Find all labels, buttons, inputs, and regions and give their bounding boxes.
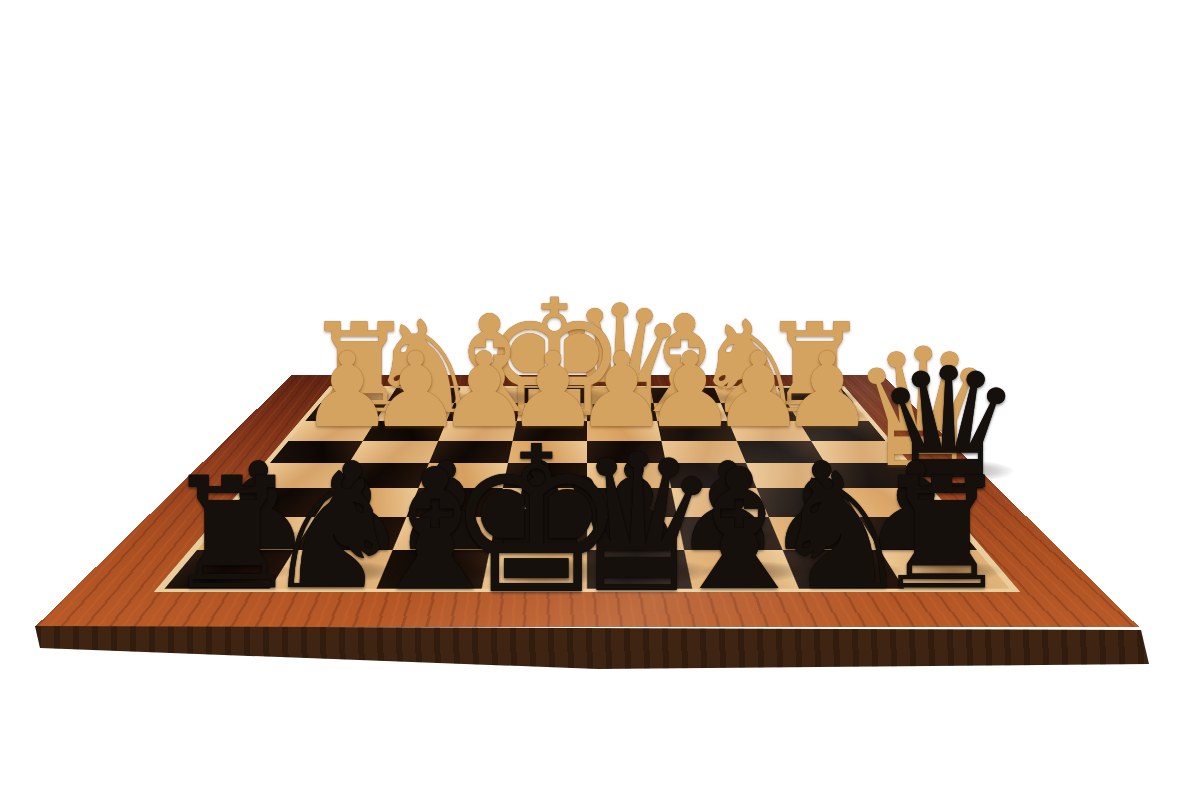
square-a1 bbox=[777, 388, 854, 404]
square-g1 bbox=[387, 388, 460, 404]
square-a3 bbox=[798, 421, 885, 441]
square-d1 bbox=[587, 388, 654, 404]
square-e7 bbox=[490, 517, 587, 550]
square-c8 bbox=[684, 550, 798, 589]
square-g7 bbox=[295, 517, 406, 550]
square-c7 bbox=[678, 517, 782, 550]
square-f7 bbox=[392, 517, 496, 550]
square-d3 bbox=[587, 421, 662, 441]
square-b4 bbox=[736, 441, 825, 463]
square-c6 bbox=[672, 488, 769, 517]
square-a4 bbox=[811, 441, 904, 463]
square-a2 bbox=[787, 403, 869, 421]
square-e2 bbox=[517, 403, 587, 421]
square-a5 bbox=[825, 463, 925, 488]
square-f8 bbox=[376, 550, 490, 589]
square-d6 bbox=[587, 488, 678, 517]
square-f6 bbox=[406, 488, 503, 517]
square-b3 bbox=[728, 421, 811, 441]
chess-photo-scene: ♜♞♝♛♚♝♞♜♟♟♟♟♟♟♟♟♛♛♟♟♟♟♟♟♟♟♜♞♝♛♚♝♞♜ bbox=[0, 0, 1200, 800]
square-g6 bbox=[315, 488, 418, 517]
square-e5 bbox=[502, 463, 587, 488]
square-c1 bbox=[650, 388, 720, 404]
square-e8 bbox=[481, 550, 587, 589]
square-h4 bbox=[270, 441, 363, 463]
square-c4 bbox=[662, 441, 746, 463]
square-f1 bbox=[453, 388, 523, 404]
square-f2 bbox=[446, 403, 520, 421]
square-f5 bbox=[418, 463, 508, 488]
chess-board bbox=[35, 375, 1140, 627]
square-h2 bbox=[305, 403, 387, 421]
square-d2 bbox=[587, 403, 657, 421]
board-squares-grid bbox=[165, 388, 1010, 589]
square-a7 bbox=[859, 517, 977, 550]
square-d8 bbox=[587, 550, 693, 589]
square-g2 bbox=[376, 403, 454, 421]
square-h1 bbox=[320, 388, 397, 404]
square-b2 bbox=[721, 403, 799, 421]
square-h3 bbox=[289, 421, 376, 441]
board-inner-maple-line bbox=[154, 386, 1020, 591]
square-f4 bbox=[429, 441, 513, 463]
square-e6 bbox=[496, 488, 587, 517]
square-e3 bbox=[512, 421, 587, 441]
square-c2 bbox=[654, 403, 728, 421]
square-d4 bbox=[587, 441, 666, 463]
square-d5 bbox=[587, 463, 672, 488]
square-d7 bbox=[587, 517, 684, 550]
square-g4 bbox=[349, 441, 438, 463]
square-b1 bbox=[714, 388, 787, 404]
square-e1 bbox=[520, 388, 587, 404]
square-e4 bbox=[508, 441, 587, 463]
board-rosewood-border bbox=[35, 375, 1140, 627]
square-a6 bbox=[841, 488, 950, 517]
square-f3 bbox=[438, 421, 517, 441]
square-g5 bbox=[333, 463, 428, 488]
square-c3 bbox=[657, 421, 736, 441]
square-g3 bbox=[363, 421, 446, 441]
square-c5 bbox=[666, 463, 756, 488]
